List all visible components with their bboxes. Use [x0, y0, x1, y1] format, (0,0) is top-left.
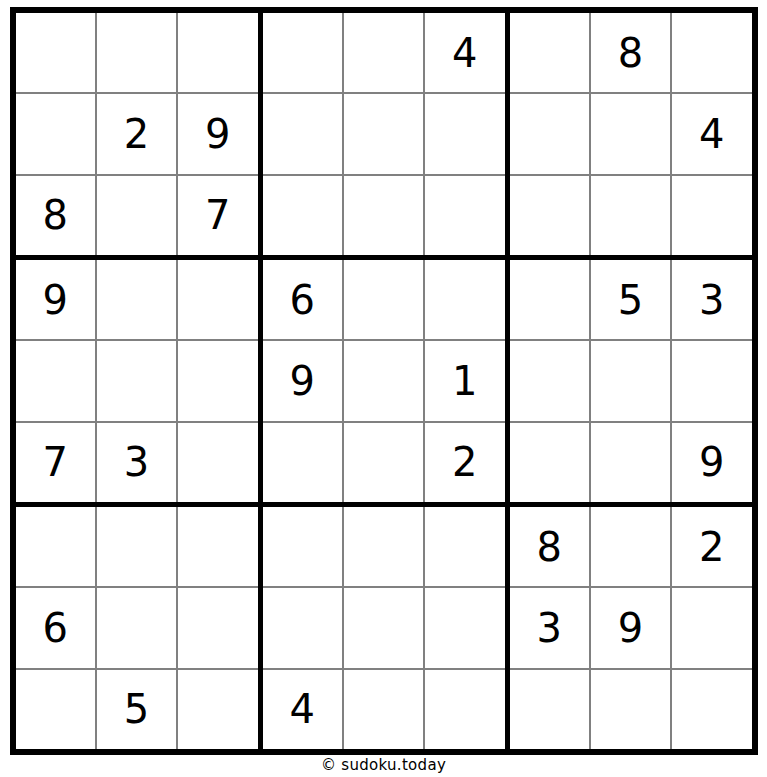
cell-r4c4-given: 6: [263, 260, 342, 339]
cell-r5c9-empty[interactable]: [672, 341, 751, 420]
cell-r2c9-given: 4: [672, 94, 751, 173]
cell-r9c9-empty[interactable]: [672, 670, 751, 749]
cell-r7c9-given: 2: [672, 507, 751, 586]
cell-r6c6-given: 2: [425, 423, 504, 502]
cell-r6c1-given: 7: [16, 423, 95, 502]
cell-r4c2-empty[interactable]: [97, 260, 176, 339]
cell-r4c7-empty[interactable]: [510, 260, 589, 339]
cell-r8c1-given: 6: [16, 588, 95, 667]
box-r3c3: 8239: [510, 507, 752, 749]
cell-r3c6-empty[interactable]: [425, 176, 504, 255]
box-r3c2: 4: [263, 507, 505, 749]
box-r2c3: 539: [510, 260, 752, 502]
box-r1c1: 2987: [16, 13, 258, 255]
cell-r8c5-empty[interactable]: [344, 588, 423, 667]
cell-r5c8-empty[interactable]: [591, 341, 670, 420]
cell-r5c6-given: 1: [425, 341, 504, 420]
cell-r6c9-given: 9: [672, 423, 751, 502]
cell-r7c1-empty[interactable]: [16, 507, 95, 586]
box-r2c1: 973: [16, 260, 258, 502]
cell-r9c5-empty[interactable]: [344, 670, 423, 749]
cell-r1c7-empty[interactable]: [510, 13, 589, 92]
box-r3c1: 65: [16, 507, 258, 749]
cell-r4c1-given: 9: [16, 260, 95, 339]
cell-r2c8-empty[interactable]: [591, 94, 670, 173]
cell-r1c6-given: 4: [425, 13, 504, 92]
cell-r1c9-empty[interactable]: [672, 13, 751, 92]
cell-r9c3-empty[interactable]: [178, 670, 257, 749]
sudoku-page: 298748497369125396548239 © sudoku.today: [0, 7, 767, 777]
cell-r8c8-given: 9: [591, 588, 670, 667]
cell-r3c7-empty[interactable]: [510, 176, 589, 255]
sudoku-board: 298748497369125396548239: [10, 7, 758, 755]
cell-r2c7-empty[interactable]: [510, 94, 589, 173]
cell-r7c2-empty[interactable]: [97, 507, 176, 586]
cell-r2c3-given: 9: [178, 94, 257, 173]
cell-r3c9-empty[interactable]: [672, 176, 751, 255]
cell-r8c6-empty[interactable]: [425, 588, 504, 667]
cell-r9c8-empty[interactable]: [591, 670, 670, 749]
cell-r3c8-empty[interactable]: [591, 176, 670, 255]
cell-r1c8-given: 8: [591, 13, 670, 92]
cell-r6c2-given: 3: [97, 423, 176, 502]
cell-r5c3-empty[interactable]: [178, 341, 257, 420]
cell-r8c3-empty[interactable]: [178, 588, 257, 667]
cell-r8c7-given: 3: [510, 588, 589, 667]
cell-r7c4-empty[interactable]: [263, 507, 342, 586]
cell-r1c5-empty[interactable]: [344, 13, 423, 92]
cell-r4c9-given: 3: [672, 260, 751, 339]
box-r2c2: 6912: [263, 260, 505, 502]
box-r1c2: 4: [263, 13, 505, 255]
cell-r8c9-empty[interactable]: [672, 588, 751, 667]
cell-r6c4-empty[interactable]: [263, 423, 342, 502]
cell-r4c8-given: 5: [591, 260, 670, 339]
cell-r1c1-empty[interactable]: [16, 13, 95, 92]
cell-r7c7-given: 8: [510, 507, 589, 586]
copyright-text: © sudoku.today: [0, 756, 767, 774]
cell-r5c5-empty[interactable]: [344, 341, 423, 420]
cell-r4c5-empty[interactable]: [344, 260, 423, 339]
cell-r7c5-empty[interactable]: [344, 507, 423, 586]
cell-r2c5-empty[interactable]: [344, 94, 423, 173]
cell-r8c2-empty[interactable]: [97, 588, 176, 667]
box-r1c3: 84: [510, 13, 752, 255]
cell-r9c1-empty[interactable]: [16, 670, 95, 749]
cell-r9c7-empty[interactable]: [510, 670, 589, 749]
cell-r9c2-given: 5: [97, 670, 176, 749]
cell-r3c5-empty[interactable]: [344, 176, 423, 255]
cell-r6c5-empty[interactable]: [344, 423, 423, 502]
cell-r3c3-given: 7: [178, 176, 257, 255]
cell-r6c3-empty[interactable]: [178, 423, 257, 502]
cell-r8c4-empty[interactable]: [263, 588, 342, 667]
cell-r6c8-empty[interactable]: [591, 423, 670, 502]
cell-r5c7-empty[interactable]: [510, 341, 589, 420]
cell-r3c4-empty[interactable]: [263, 176, 342, 255]
cell-r5c2-empty[interactable]: [97, 341, 176, 420]
cell-r4c3-empty[interactable]: [178, 260, 257, 339]
cell-r6c7-empty[interactable]: [510, 423, 589, 502]
cell-r5c1-empty[interactable]: [16, 341, 95, 420]
cell-r7c6-empty[interactable]: [425, 507, 504, 586]
cell-r9c6-empty[interactable]: [425, 670, 504, 749]
cell-r1c3-empty[interactable]: [178, 13, 257, 92]
cell-r1c2-empty[interactable]: [97, 13, 176, 92]
cell-r2c6-empty[interactable]: [425, 94, 504, 173]
cell-r3c1-given: 8: [16, 176, 95, 255]
cell-r1c4-empty[interactable]: [263, 13, 342, 92]
cell-r2c4-empty[interactable]: [263, 94, 342, 173]
cell-r9c4-given: 4: [263, 670, 342, 749]
cell-r7c3-empty[interactable]: [178, 507, 257, 586]
cell-r3c2-empty[interactable]: [97, 176, 176, 255]
cell-r2c2-given: 2: [97, 94, 176, 173]
cell-r5c4-given: 9: [263, 341, 342, 420]
cell-r4c6-empty[interactable]: [425, 260, 504, 339]
cell-r2c1-empty[interactable]: [16, 94, 95, 173]
cell-r7c8-empty[interactable]: [591, 507, 670, 586]
